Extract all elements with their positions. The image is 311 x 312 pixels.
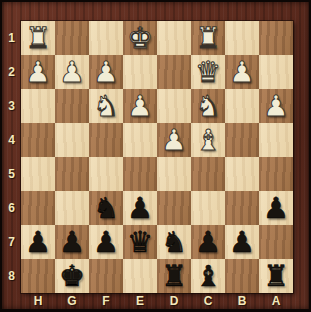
square-d1[interactable] [157,21,191,55]
file-label-e: E [123,293,157,310]
square-c5[interactable] [191,157,225,191]
square-a3[interactable]: ♟ [259,89,293,123]
square-h8[interactable] [21,259,55,293]
square-d8[interactable]: ♜ [157,259,191,293]
square-a2[interactable] [259,55,293,89]
square-b5[interactable] [225,157,259,191]
piece-black-rook: ♜ [161,259,187,293]
square-d5[interactable] [157,157,191,191]
square-b3[interactable] [225,89,259,123]
file-labels: HGFEDCBA [21,293,293,310]
square-f5[interactable] [89,157,123,191]
file-label-b: B [225,293,259,310]
square-f1[interactable] [89,21,123,55]
piece-white-pawn: ♟ [25,55,51,89]
square-g1[interactable] [55,21,89,55]
chessboard-widget: ♜♚♜♟♟♟♛♟♞♟♞♟♟♝♞♟♟♟♟♟♛♞♟♟♚♜♝♜ 12345678 HG… [0,0,311,312]
piece-white-pawn: ♟ [263,89,289,123]
square-d6[interactable] [157,191,191,225]
square-e8[interactable] [123,259,157,293]
file-label-c: C [191,293,225,310]
piece-black-queen: ♛ [127,225,153,259]
file-label-f: F [89,293,123,310]
square-e5[interactable] [123,157,157,191]
file-label-a: A [259,293,293,310]
piece-black-pawn: ♟ [229,225,255,259]
piece-black-knight: ♞ [93,191,119,225]
piece-black-pawn: ♟ [195,225,221,259]
square-e1[interactable]: ♚ [123,21,157,55]
square-a6[interactable]: ♟ [259,191,293,225]
piece-white-rook: ♜ [195,21,221,55]
piece-black-rook: ♜ [263,259,289,293]
square-c3[interactable]: ♞ [191,89,225,123]
piece-black-pawn: ♟ [127,191,153,225]
square-h1[interactable]: ♜ [21,21,55,55]
rank-label-5: 5 [2,157,21,191]
rank-label-7: 7 [2,225,21,259]
square-c2[interactable]: ♛ [191,55,225,89]
piece-white-pawn: ♟ [229,55,255,89]
square-b1[interactable] [225,21,259,55]
rank-label-6: 6 [2,191,21,225]
square-b6[interactable] [225,191,259,225]
piece-black-pawn: ♟ [263,191,289,225]
square-c7[interactable]: ♟ [191,225,225,259]
piece-black-king: ♚ [59,259,85,293]
piece-black-pawn: ♟ [93,225,119,259]
file-label-h: H [21,293,55,310]
square-a4[interactable] [259,123,293,157]
piece-white-knight: ♞ [195,89,221,123]
square-a7[interactable] [259,225,293,259]
piece-white-pawn: ♟ [127,89,153,123]
square-a8[interactable]: ♜ [259,259,293,293]
square-a5[interactable] [259,157,293,191]
square-c6[interactable] [191,191,225,225]
rank-label-8: 8 [2,259,21,293]
square-c4[interactable]: ♝ [191,123,225,157]
rank-label-1: 1 [2,21,21,55]
square-d4[interactable]: ♟ [157,123,191,157]
piece-black-knight: ♞ [161,225,187,259]
square-g3[interactable] [55,89,89,123]
square-d7[interactable]: ♞ [157,225,191,259]
file-label-d: D [157,293,191,310]
square-f2[interactable]: ♟ [89,55,123,89]
piece-white-queen: ♛ [195,55,221,89]
square-f7[interactable]: ♟ [89,225,123,259]
square-e3[interactable]: ♟ [123,89,157,123]
square-g5[interactable] [55,157,89,191]
square-g4[interactable] [55,123,89,157]
piece-white-rook: ♜ [25,21,51,55]
square-f8[interactable] [89,259,123,293]
square-e7[interactable]: ♛ [123,225,157,259]
piece-white-pawn: ♟ [59,55,85,89]
piece-black-pawn: ♟ [25,225,51,259]
square-b7[interactable]: ♟ [225,225,259,259]
piece-black-pawn: ♟ [59,225,85,259]
square-e6[interactable]: ♟ [123,191,157,225]
square-f4[interactable] [89,123,123,157]
rank-label-3: 3 [2,89,21,123]
square-e2[interactable] [123,55,157,89]
square-f3[interactable]: ♞ [89,89,123,123]
piece-black-bishop: ♝ [195,259,221,293]
square-h2[interactable]: ♟ [21,55,55,89]
file-label-g: G [55,293,89,310]
square-d3[interactable] [157,89,191,123]
rank-labels: 12345678 [2,21,21,293]
piece-white-knight: ♞ [93,89,119,123]
square-c8[interactable]: ♝ [191,259,225,293]
square-b2[interactable]: ♟ [225,55,259,89]
square-h3[interactable] [21,89,55,123]
square-g2[interactable]: ♟ [55,55,89,89]
square-b4[interactable] [225,123,259,157]
square-c1[interactable]: ♜ [191,21,225,55]
square-f6[interactable]: ♞ [89,191,123,225]
piece-white-bishop: ♝ [195,123,221,157]
piece-white-pawn: ♟ [93,55,119,89]
square-g8[interactable]: ♚ [55,259,89,293]
square-h6[interactable] [21,191,55,225]
piece-white-king: ♚ [127,21,153,55]
square-g7[interactable]: ♟ [55,225,89,259]
square-h7[interactable]: ♟ [21,225,55,259]
square-h4[interactable] [21,123,55,157]
square-h5[interactable] [21,157,55,191]
square-g6[interactable] [55,191,89,225]
square-e4[interactable] [123,123,157,157]
square-a1[interactable] [259,21,293,55]
square-d2[interactable] [157,55,191,89]
rank-label-4: 4 [2,123,21,157]
square-b8[interactable] [225,259,259,293]
rank-label-2: 2 [2,55,21,89]
board: ♜♚♜♟♟♟♛♟♞♟♞♟♟♝♞♟♟♟♟♟♛♞♟♟♚♜♝♜ [21,21,293,293]
piece-white-pawn: ♟ [161,123,187,157]
